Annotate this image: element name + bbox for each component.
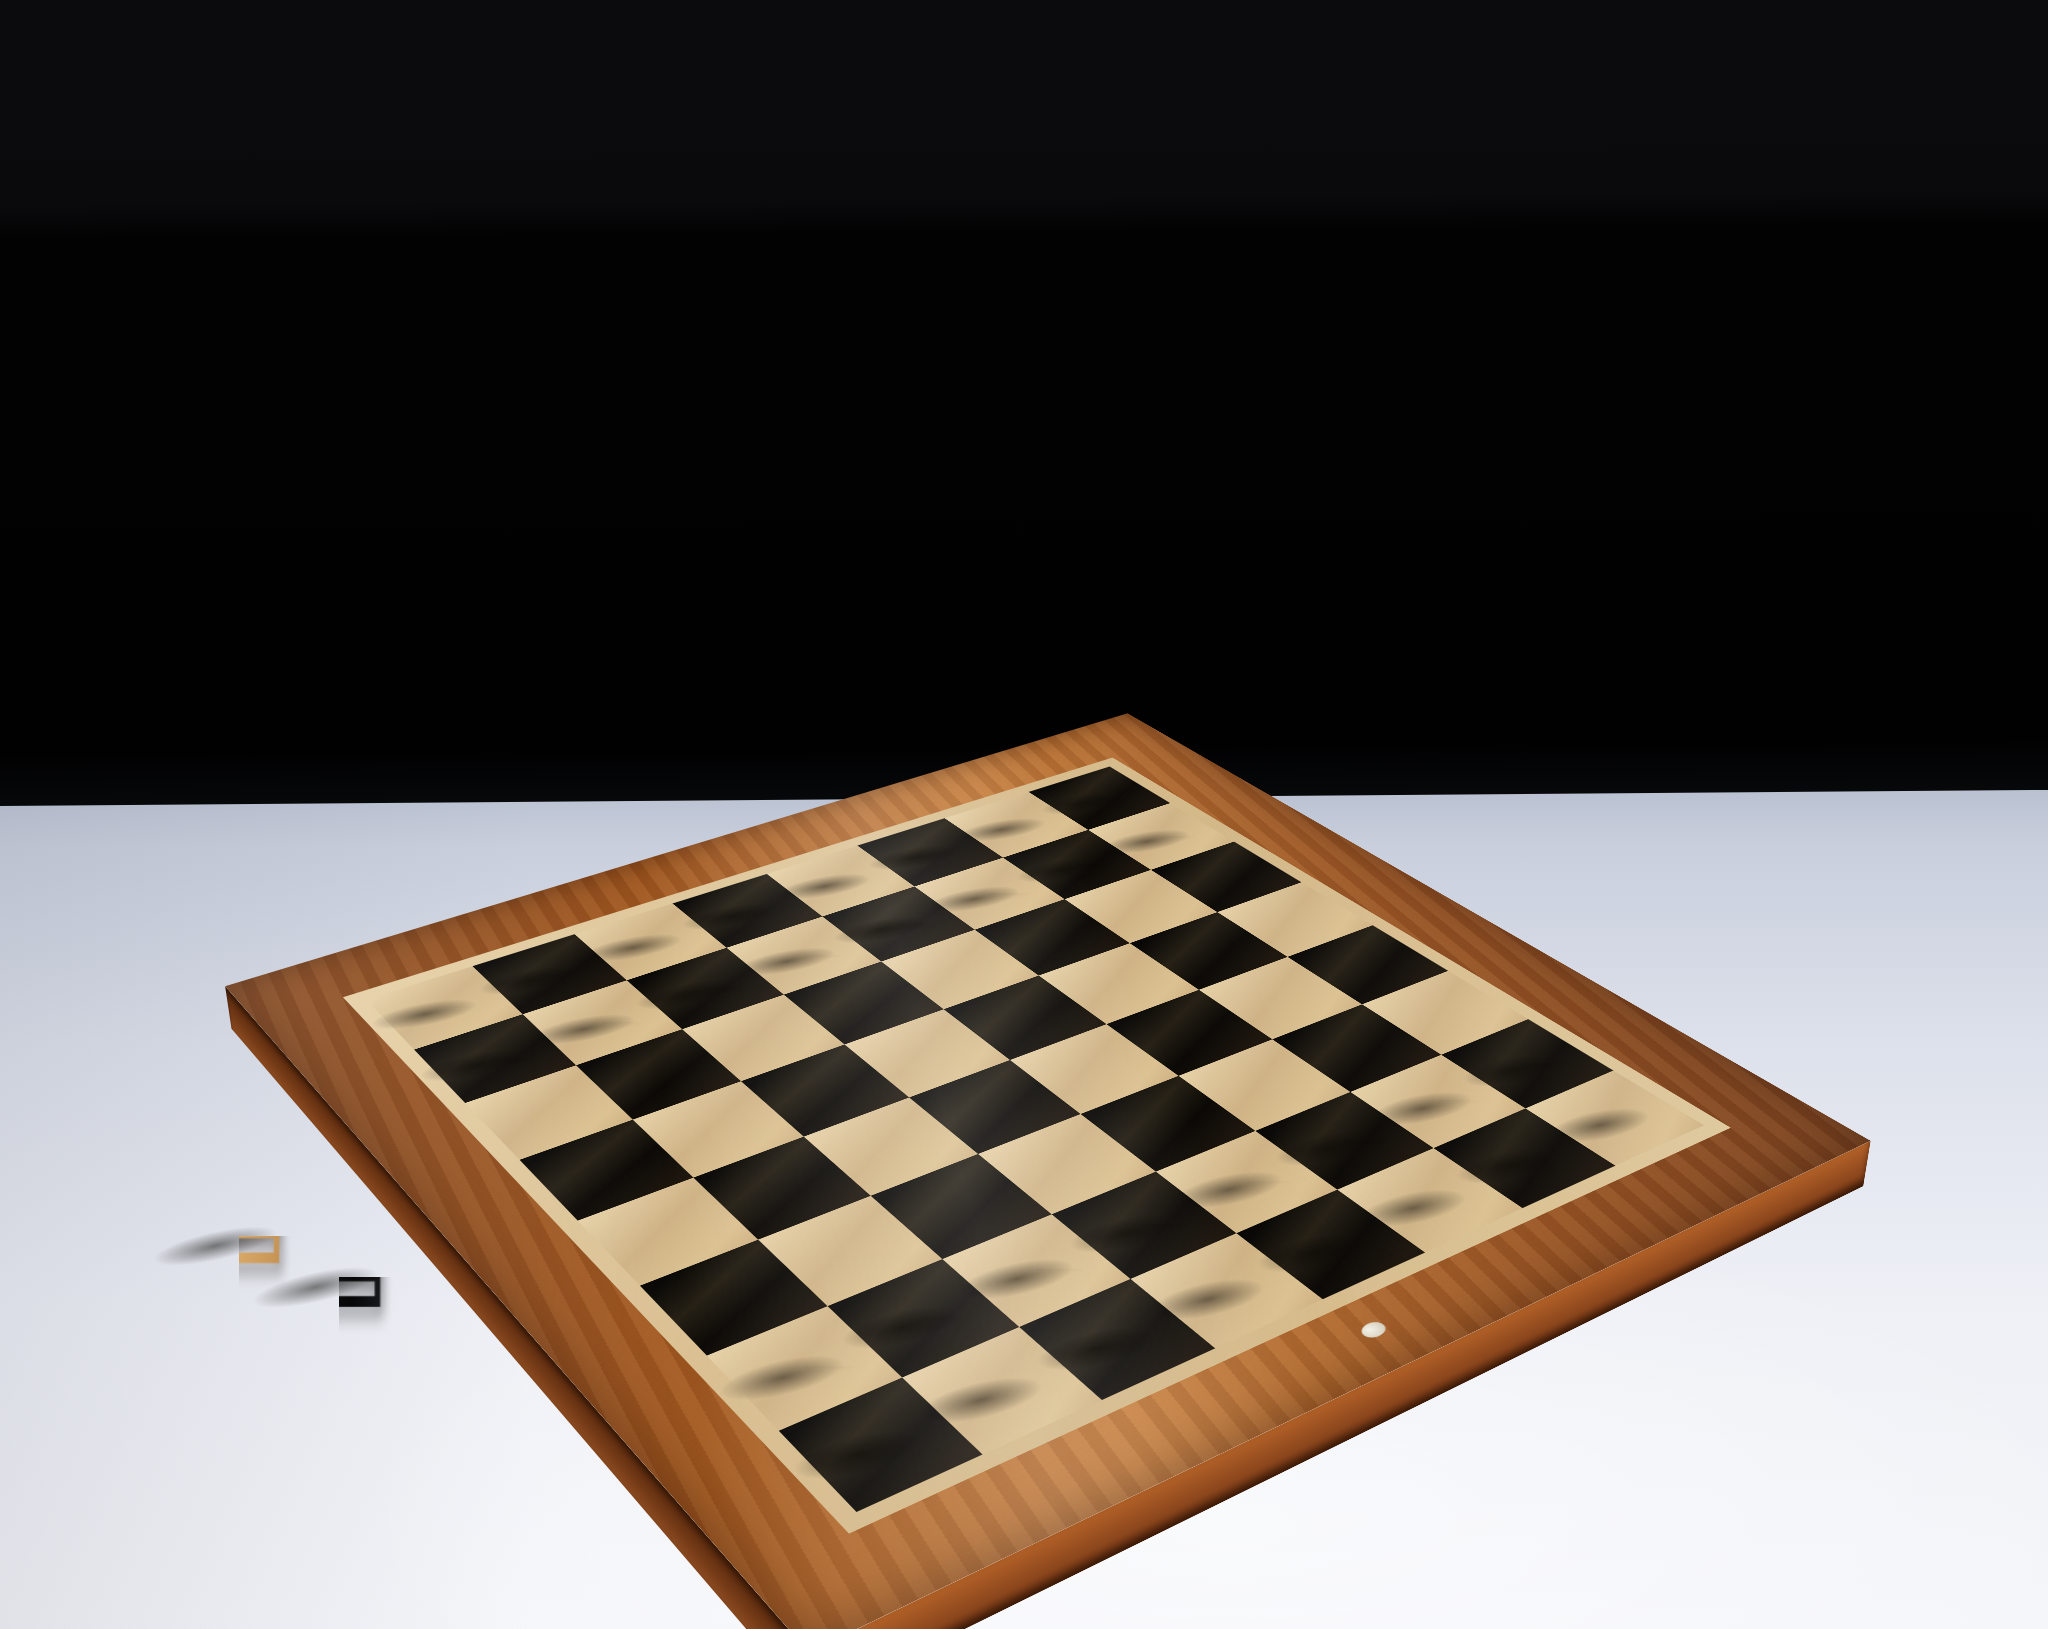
spare-black-queen[interactable]: ♛ [250,981,429,1365]
black-pawn-f7[interactable]: ♟ [941,724,1038,904]
black-pawn-b7[interactable]: ♟ [550,838,655,1033]
black-pawn-h7[interactable]: ♟ [1114,673,1207,846]
white-rook-a1[interactable]: ♜ [800,1154,960,1461]
black-pawn-g7[interactable]: ♟ [1029,698,1124,875]
scene-3d: ♜♞♝♛♚♝♞♜♟♟♟♟♟♟♟♟♟♟♟♟♟♟♟♟♜♞♝♛♚♝♞♜♛♛ [0,0,2048,1629]
chess-board: ♜♞♝♛♚♝♞♜♟♟♟♟♟♟♟♟♟♟♟♟♟♟♟♟♜♞♝♛♚♝♞♜♛♛ [225,713,1871,1629]
black-pawn-d7[interactable]: ♟ [753,778,854,965]
black-pawn-a7[interactable]: ♟ [441,870,548,1070]
black-pawn-c7[interactable]: ♟ [653,808,756,999]
black-pawn-e7[interactable]: ♟ [849,750,948,934]
photo-stage: ♜♞♝♛♚♝♞♜♟♟♟♟♟♟♟♟♟♟♟♟♟♟♟♟♜♞♝♛♚♝♞♜♛♛ [0,0,2048,1629]
